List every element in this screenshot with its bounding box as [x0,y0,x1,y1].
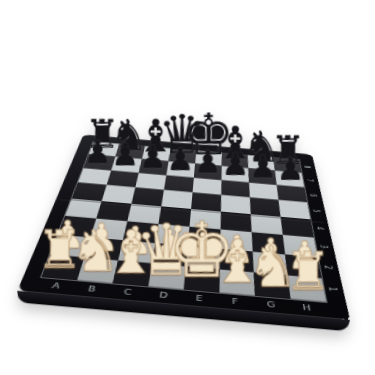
square-e7[interactable]: ♟ [194,164,222,180]
file-label-b: B [73,282,111,295]
piece-black-pawn-h7[interactable]: ♟ [276,153,304,184]
piece-black-pawn-g7[interactable]: ♟ [249,150,277,181]
piece-black-pawn-b7[interactable]: ♟ [111,138,139,169]
piece-black-pawn-d7[interactable]: ♟ [166,143,194,174]
file-label-d: D [145,289,182,302]
square-f6[interactable] [221,180,250,198]
square-h1[interactable]: ♜ [288,275,326,302]
square-b5[interactable] [102,185,136,204]
board-grid: ♜♞♝♛♚♝♞♜♟♟♟♟♟♟♟♟♟♟♟♟♟♟♟♟♜♞♝♛♚♝♞♜ [40,141,327,303]
file-label-e: E [182,292,218,305]
rank-label-6: 6 [308,193,318,197]
file-label-f: F [218,295,254,308]
file-label-h: H [289,301,326,314]
square-c5[interactable] [131,188,163,207]
square-g5[interactable] [250,198,281,217]
square-f7[interactable]: ♟ [221,166,249,182]
square-d7[interactable]: ♟ [166,161,195,177]
board-frame: ♜♞♝♛♚♝♞♜♟♟♟♟♟♟♟♟♟♟♟♟♟♟♟♟♜♞♝♛♚♝♞♜ ABCDEFG… [17,134,350,320]
file-label-a: A [37,279,76,292]
piece-black-pawn-c7[interactable]: ♟ [139,141,167,172]
square-g6[interactable] [249,182,278,200]
chess-board: ♜♞♝♛♚♝♞♜♟♟♟♟♟♟♟♟♟♟♟♟♟♟♟♟♜♞♝♛♚♝♞♜ ABCDEFG… [45,63,340,358]
square-d6[interactable] [164,175,194,192]
file-label-g: G [253,298,290,311]
square-a5[interactable] [72,183,107,201]
square-c6[interactable] [135,173,166,190]
square-h5[interactable] [278,200,310,219]
square-c7[interactable]: ♟ [139,159,169,175]
square-b7[interactable]: ♟ [111,157,142,173]
piece-black-pawn-f7[interactable]: ♟ [221,148,249,179]
square-e6[interactable] [193,178,222,196]
piece-white-rook-h1[interactable]: ♜ [285,246,332,298]
rank-label-7: 7 [305,179,315,183]
file-label-c: C [109,286,147,299]
piece-black-pawn-a7[interactable]: ♟ [84,136,112,167]
piece-black-pawn-e7[interactable]: ♟ [194,146,222,177]
square-g7[interactable]: ♟ [248,168,276,185]
square-b6[interactable] [107,170,139,187]
photo-background: ♜♞♝♛♚♝♞♜♟♟♟♟♟♟♟♟♟♟♟♟♟♟♟♟♜♞♝♛♚♝♞♜ ABCDEFG… [0,0,375,375]
rank-label-4: 4 [315,226,326,230]
rank-label-5: 5 [311,209,321,213]
